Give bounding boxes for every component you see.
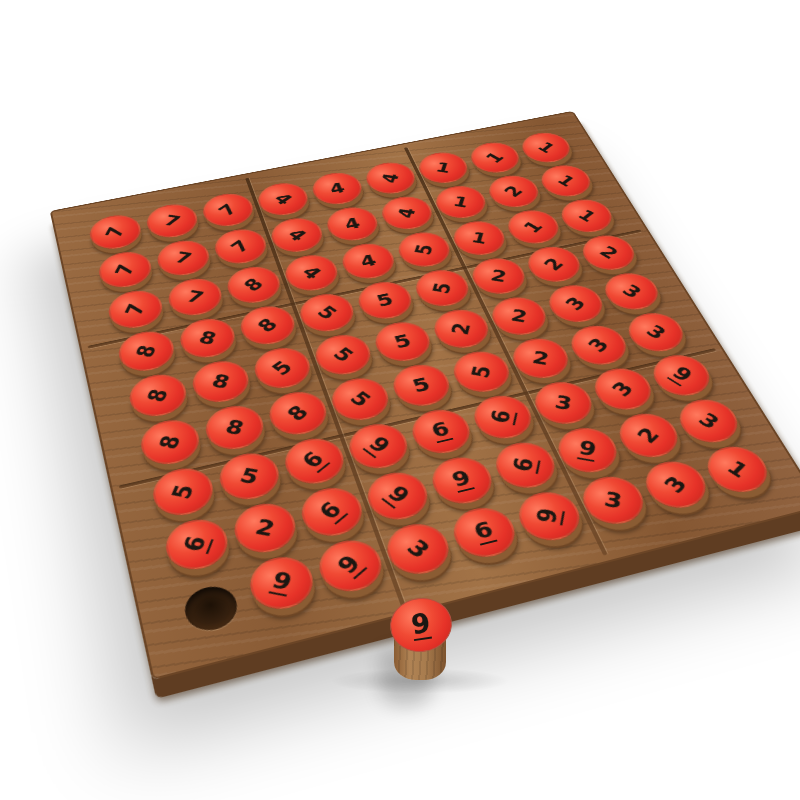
peg-r9c4[interactable]: 3 xyxy=(380,518,457,580)
cell-r8c3: 6 xyxy=(292,486,371,550)
peg-digit: 7 xyxy=(122,302,149,316)
hole xyxy=(474,402,533,446)
hole xyxy=(496,449,557,495)
cell-r5c2: 8 xyxy=(185,359,256,414)
peg-digit: 8 xyxy=(241,276,267,294)
peg-digit: 5 xyxy=(392,332,414,351)
peg-r7c1[interactable]: 5 xyxy=(148,463,218,521)
peg-digit: 2 xyxy=(509,307,528,325)
hole xyxy=(142,426,197,471)
cell-r6c2: 8 xyxy=(198,404,271,462)
peg-r7c6[interactable]: 6 xyxy=(467,391,539,444)
peg-digit: 5 xyxy=(268,358,296,378)
peg-digit: 4 xyxy=(379,172,402,184)
peg-digit: 5 xyxy=(468,364,494,379)
peg-r8c4[interactable]: 9 xyxy=(361,467,435,525)
cell-r8c5: 9 xyxy=(422,455,502,517)
hole xyxy=(221,460,279,507)
cell-r4c3: 8 xyxy=(233,304,302,355)
cell-r7c7: 3 xyxy=(525,380,603,436)
cell-r9c7: 3 xyxy=(572,474,656,537)
peg-r1c3[interactable]: 7 xyxy=(199,190,258,230)
peg-digit: 6 xyxy=(429,419,454,443)
hole xyxy=(350,430,408,475)
cell-r9c1 xyxy=(171,571,252,642)
cell-r6c4: 5 xyxy=(323,376,397,432)
empty-hole[interactable] xyxy=(181,582,242,636)
peg-digit: 2 xyxy=(634,424,664,446)
peg-digit: 5 xyxy=(412,243,436,256)
cell-r4c2: 8 xyxy=(173,317,242,369)
hole xyxy=(194,367,248,409)
hole xyxy=(302,495,362,544)
peg-r8c9[interactable]: 3 xyxy=(671,394,747,447)
cell-r8c4: 9 xyxy=(358,470,438,533)
peg-r5c1[interactable]: 8 xyxy=(125,370,190,422)
peg-digit: 9 xyxy=(381,483,413,509)
peg-r6c5[interactable]: 5 xyxy=(387,360,457,411)
cell-r6c1: 8 xyxy=(133,418,206,477)
block-groove-horizontal-2 xyxy=(119,348,717,489)
cell-r8c8: 2 xyxy=(609,411,691,470)
hole xyxy=(154,475,211,523)
peg-r6c2[interactable]: 8 xyxy=(201,401,269,455)
hole xyxy=(513,344,571,385)
peg-r1c2[interactable]: 7 xyxy=(143,200,202,241)
peg-r1c4[interactable]: 4 xyxy=(254,179,313,219)
hole xyxy=(270,398,326,441)
hole xyxy=(454,357,511,398)
peg-digit: 8 xyxy=(209,372,232,392)
peg-digit: 5 xyxy=(410,375,433,395)
peg-digit: 3 xyxy=(553,393,573,413)
peg-digit: 9 xyxy=(333,552,367,580)
peg-r8c2[interactable]: 2 xyxy=(229,498,302,559)
peg-r7c5[interactable]: 6 xyxy=(405,405,477,459)
cell-r5c3: 5 xyxy=(246,346,318,400)
peg-digit: 4 xyxy=(270,191,295,207)
peg-digit: 6 xyxy=(471,519,498,546)
hole xyxy=(645,468,709,515)
cell-r7c9: 9 xyxy=(643,353,722,407)
peg-r7c8[interactable]: 3 xyxy=(587,364,660,415)
peg-r7c9[interactable]: 9 xyxy=(645,350,719,400)
peg-digit: 2 xyxy=(541,255,568,273)
cell-r8c6: 6 xyxy=(486,440,567,501)
peg-digit: 3 xyxy=(608,378,637,399)
peg-digit: 3 xyxy=(619,282,645,301)
peg-digit: 9 xyxy=(577,438,598,462)
cell-r9c5: 6 xyxy=(443,506,526,572)
hole xyxy=(594,374,654,416)
cell-r9c2: 9 xyxy=(241,555,322,625)
peg-digit: 2 xyxy=(596,244,621,262)
hole xyxy=(619,420,681,465)
peg-r1c5[interactable]: 4 xyxy=(308,169,368,208)
cell-r7c8: 3 xyxy=(584,366,663,421)
hole xyxy=(387,531,450,582)
peg-digit: 2 xyxy=(531,349,551,368)
peg-digit: 7 xyxy=(103,225,128,238)
peg-digit: 7 xyxy=(173,249,194,266)
peg-r7c2[interactable]: 5 xyxy=(214,448,284,505)
hole xyxy=(535,388,595,431)
peg-r8c3[interactable]: 6 xyxy=(295,482,368,541)
peg-digit: 8 xyxy=(156,434,185,451)
peg-digit: 5 xyxy=(329,344,357,364)
peg-digit: 8 xyxy=(284,402,313,423)
peg-digit: 6 xyxy=(488,408,518,425)
peg-r7c4[interactable]: 9 xyxy=(343,419,414,474)
peg-digit: 4 xyxy=(342,216,362,232)
hole xyxy=(653,361,713,402)
cell-r9c4: 3 xyxy=(377,522,460,589)
peg-digit: 5 xyxy=(374,291,395,309)
cell-r6c5: 5 xyxy=(384,363,459,418)
hole xyxy=(207,412,263,456)
peg-digit: 8 xyxy=(223,417,246,438)
peg-r8c7[interactable]: 9 xyxy=(550,423,625,478)
peg-r8c5[interactable]: 9 xyxy=(425,452,499,509)
peg-r1c9[interactable]: 1 xyxy=(516,129,577,166)
peg-digit: 3 xyxy=(643,322,669,342)
peg-digit: 5 xyxy=(430,281,455,295)
cell-r8c9: 3 xyxy=(669,397,751,455)
cell-r8c2: 2 xyxy=(225,501,304,567)
hole xyxy=(131,381,185,423)
peg-grid: 7774441117774441217784451118885552228855… xyxy=(83,131,781,642)
peg-digit: 8 xyxy=(196,329,218,348)
peg-digit: 6 xyxy=(298,449,330,473)
peg-digit: 9 xyxy=(268,569,294,597)
peg-digit: 4 xyxy=(298,264,324,282)
peg-digit: 1 xyxy=(434,160,452,175)
peg-digit: 1 xyxy=(520,218,546,235)
peg-digit: 7 xyxy=(228,238,254,255)
peg-digit: 6 xyxy=(180,534,214,554)
peg-digit: 2 xyxy=(489,267,508,284)
hole xyxy=(558,434,620,479)
peg-digit: 7 xyxy=(112,263,138,277)
hole xyxy=(320,548,382,600)
peg-digit: 3 xyxy=(660,473,691,496)
hole xyxy=(255,354,309,395)
hole xyxy=(679,406,741,450)
peg-digit: 2 xyxy=(501,183,526,199)
peg-r9c6[interactable]: 9 xyxy=(511,487,589,547)
cell-r7c3: 6 xyxy=(276,436,352,497)
peg-r1c1[interactable]: 7 xyxy=(87,211,145,253)
hole xyxy=(286,445,344,491)
hole xyxy=(432,464,493,511)
peg-digit: 3 xyxy=(585,335,613,355)
loose-peg[interactable]: 9 xyxy=(388,598,452,686)
sudoku-board-scene: 7774441117774441217784451118885552228855… xyxy=(50,111,800,680)
cell-r9c8: 3 xyxy=(635,459,720,521)
peg-digit: 4 xyxy=(358,252,379,269)
peg-digit: 9 xyxy=(363,434,394,458)
cell-r9c9: 1 xyxy=(696,444,781,505)
peg-digit: 4 xyxy=(395,207,419,220)
loose-peg-digit: 9 xyxy=(410,609,433,641)
peg-digit: 9 xyxy=(449,468,475,493)
hole xyxy=(251,564,313,617)
peg-digit: 8 xyxy=(254,316,281,335)
peg-r6c4[interactable]: 5 xyxy=(326,373,395,425)
hole xyxy=(519,499,583,548)
peg-digit: 1 xyxy=(723,457,752,480)
peg-digit: 7 xyxy=(184,288,206,306)
peg-r7c3[interactable]: 6 xyxy=(279,433,350,489)
cell-r7c6: 6 xyxy=(464,394,542,451)
peg-digit: 8 xyxy=(144,387,172,403)
peg-digit: 5 xyxy=(237,465,261,487)
peg-digit: 8 xyxy=(133,343,160,358)
cell-r7c4: 9 xyxy=(340,422,417,481)
hole xyxy=(316,341,371,381)
cell-r5c1: 8 xyxy=(122,373,193,429)
peg-r9c3[interactable]: 9 xyxy=(313,534,389,597)
hole xyxy=(583,483,647,531)
peg-digit: 5 xyxy=(168,483,198,501)
hole xyxy=(167,527,226,578)
peg-r9c9[interactable]: 1 xyxy=(698,441,777,498)
cell-r8c1: 6 xyxy=(157,517,235,584)
cell-r7c2: 5 xyxy=(211,451,287,513)
cell-r4c1: 8 xyxy=(112,330,180,383)
peg-digit: 1 xyxy=(554,173,578,189)
hole xyxy=(368,479,428,527)
peg-r6c1[interactable]: 8 xyxy=(137,415,205,470)
peg-r9c2[interactable]: 9 xyxy=(244,551,319,616)
peg-digit: 3 xyxy=(402,536,433,562)
hole xyxy=(454,515,517,565)
peg-digit: 7 xyxy=(215,202,240,218)
hole xyxy=(412,416,471,460)
cell-r7c1: 5 xyxy=(145,466,220,529)
peg-digit: 3 xyxy=(695,410,723,432)
peg-digit: 7 xyxy=(162,213,183,229)
peg-digit: 6 xyxy=(315,499,348,525)
cell-r6c9: 3 xyxy=(618,311,695,363)
peg-digit: 4 xyxy=(284,226,310,243)
peg-digit: 1 xyxy=(451,194,469,209)
peg-r8c1[interactable]: 6 xyxy=(161,514,233,576)
wooden-board: 7774441117774441217784451118885552228855… xyxy=(50,111,800,680)
peg-r6c6[interactable]: 5 xyxy=(447,347,517,397)
cell-r5c4: 5 xyxy=(307,333,379,386)
peg-r9c5[interactable]: 6 xyxy=(446,502,523,563)
hole xyxy=(707,453,772,499)
peg-digit: 3 xyxy=(562,294,589,313)
peg-digit: 6 xyxy=(510,456,541,474)
peg-digit: 1 xyxy=(483,150,508,165)
peg-digit: 1 xyxy=(574,207,599,224)
hole xyxy=(394,371,451,413)
peg-digit: 5 xyxy=(346,388,374,409)
peg-digit: 9 xyxy=(534,506,565,525)
peg-r5c2[interactable]: 8 xyxy=(188,356,254,407)
peg-digit: 2 xyxy=(449,321,474,336)
hole xyxy=(235,511,295,561)
peg-digit: 4 xyxy=(328,181,347,197)
peg-r8c6[interactable]: 6 xyxy=(488,437,563,493)
cell-r9c3: 9 xyxy=(310,538,392,606)
peg-r9c7[interactable]: 3 xyxy=(574,471,652,530)
peg-digit: 1 xyxy=(470,230,489,246)
cell-r6c6: 5 xyxy=(444,350,519,404)
peg-r8c8[interactable]: 2 xyxy=(611,408,687,462)
peg-digit: 3 xyxy=(603,489,624,512)
peg-digit: 9 xyxy=(667,364,696,386)
peg-r7c7[interactable]: 3 xyxy=(527,377,600,429)
cell-r6c3: 8 xyxy=(261,390,335,447)
peg-r6c3[interactable]: 8 xyxy=(264,387,333,440)
hole xyxy=(332,384,389,427)
cell-r9c6: 9 xyxy=(508,490,592,555)
peg-r1c6[interactable]: 4 xyxy=(361,159,421,198)
peg-digit: 5 xyxy=(313,303,340,322)
peg-digit: 2 xyxy=(253,516,278,539)
peg-r9c8[interactable]: 3 xyxy=(637,456,715,514)
cell-r8c7: 9 xyxy=(548,426,629,486)
cell-r7c5: 6 xyxy=(403,408,480,466)
peg-digit: 1 xyxy=(534,140,558,155)
peg-r5c3[interactable]: 5 xyxy=(249,343,315,393)
